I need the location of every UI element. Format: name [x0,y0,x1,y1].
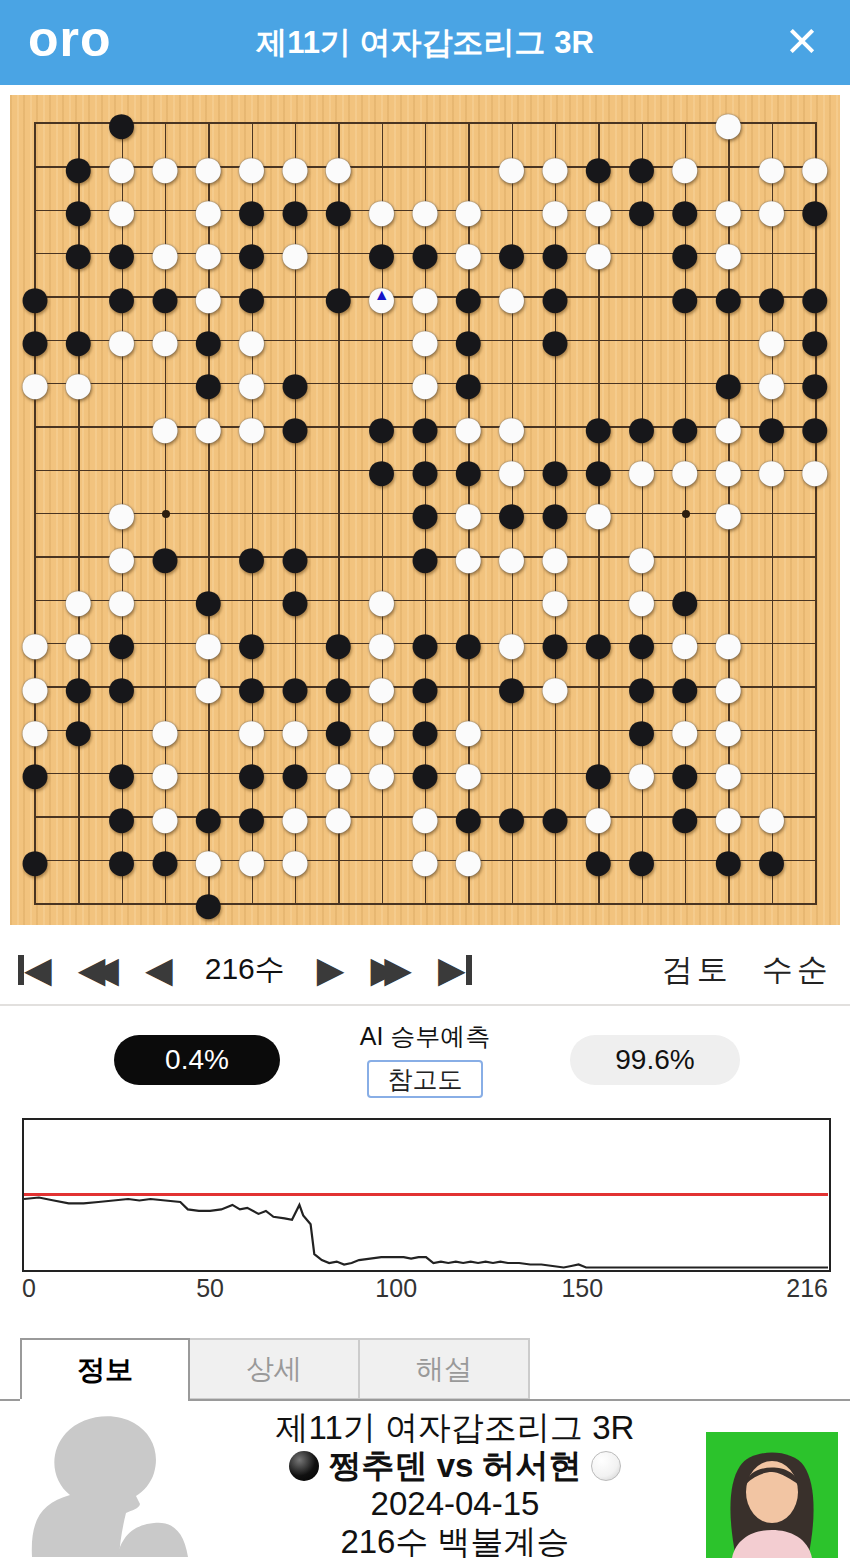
board-cell[interactable] [57,881,100,924]
board-cell[interactable]: ● [447,621,490,664]
board-cell[interactable]: ● [317,795,360,838]
board-cell[interactable]: ● [230,405,273,448]
board-cell[interactable] [793,665,836,708]
board-cells: ●●●●●●●●●●●●●●●●●●●●●●●●●●●●●●●●●●●●●●●●… [13,101,836,924]
game-date: 2024-04-15 [225,1485,685,1523]
board-cell[interactable] [13,145,56,188]
info-tabs: 정보 상세 해설 [20,1338,530,1400]
board-cell[interactable] [57,448,100,491]
board-cell[interactable] [533,361,576,404]
board-cell[interactable] [317,838,360,881]
black-player-name: 쩡추덴 [328,1447,427,1484]
board-cell[interactable] [100,881,143,924]
board-cell[interactable]: ● [707,838,750,881]
move-order-button[interactable]: 수순 [762,949,832,991]
board-cell[interactable]: ● [100,838,143,881]
board-cell[interactable] [230,881,273,924]
board-cell[interactable] [750,578,793,621]
white-stone: ● [61,361,96,404]
black-stone: ● [234,535,269,578]
white-stone: ● [407,838,442,881]
white-stone: ● [147,318,182,361]
board-cell[interactable] [533,881,576,924]
black-player-avatar [22,1407,217,1560]
board-cell[interactable] [57,795,100,838]
board-cell[interactable]: ● [750,448,793,491]
board-cell[interactable] [317,491,360,534]
white-stone: ● [624,751,659,794]
board-cell[interactable] [533,838,576,881]
board-cell[interactable] [13,491,56,534]
board-cell[interactable]: ● [273,405,316,448]
board-cell[interactable]: ● [317,275,360,318]
tab-detail[interactable]: 상세 [190,1338,360,1400]
board-cell[interactable] [577,665,620,708]
board-cell[interactable] [793,881,836,924]
black-stone: ● [797,188,832,231]
board-cell[interactable] [13,188,56,231]
black-stone: ● [667,795,702,838]
board-cell[interactable]: ● [100,665,143,708]
board-cell[interactable] [577,535,620,578]
black-stone: ● [364,448,399,491]
black-stone: ● [494,665,529,708]
white-stone: ● [17,361,52,404]
black-stone: ● [581,621,616,664]
white-stone: ● [364,751,399,794]
forward-button[interactable]: ▶ [317,952,345,988]
board-cell[interactable] [143,448,186,491]
board-cell[interactable] [447,881,490,924]
fast-forward-icon: ▶▶ [371,952,398,988]
board-cell[interactable]: ● [707,101,750,144]
board-cell[interactable]: ● [533,665,576,708]
board-cell[interactable]: ● [663,275,706,318]
board-cell[interactable]: ● [490,275,533,318]
board-cell[interactable]: ● [360,448,403,491]
board-cell[interactable]: ● [273,578,316,621]
board-cell[interactable] [490,881,533,924]
black-stone: ● [277,405,312,448]
white-stone: ● [754,448,789,491]
board-cell[interactable]: ● [490,535,533,578]
board-cell[interactable] [793,578,836,621]
back-icon: ◀ [145,952,173,988]
board-cell[interactable] [187,448,230,491]
white-stone: ● [537,665,572,708]
black-stone: ● [147,535,182,578]
board-cell[interactable]: ● [577,491,620,534]
board-cell[interactable]: ● [490,665,533,708]
black-stone: ● [537,795,572,838]
white-stone: ● [277,231,312,274]
board-cell[interactable] [143,621,186,664]
forward-icon: ▶ [317,952,345,988]
board-cell[interactable]: ● [57,361,100,404]
board-cell[interactable]: ●▲ [360,275,403,318]
board-cell[interactable] [620,318,663,361]
tab-info[interactable]: 정보 [20,1338,190,1400]
fast-back-icon: ◀◀ [78,952,105,988]
board-cell[interactable] [360,318,403,361]
last-move-button[interactable]: ▶ [438,952,472,988]
board-cell[interactable] [490,708,533,751]
winrate-graph[interactable] [22,1118,831,1272]
white-stone: ● [451,838,486,881]
board-cell[interactable] [793,491,836,534]
board-cell[interactable]: ● [490,145,533,188]
board-cell[interactable] [13,881,56,924]
board-cell[interactable] [793,795,836,838]
vs-label: vs [437,1447,474,1484]
fast-forward-button[interactable]: ▶▶ [371,952,412,988]
event-name: 제11기 여자갑조리그 3R [225,1409,685,1447]
board-cell[interactable] [57,751,100,794]
board-cell[interactable] [317,405,360,448]
x-tick-label: 216 [786,1274,828,1303]
board-cell[interactable] [620,881,663,924]
board-cell[interactable]: ● [230,838,273,881]
back-button[interactable]: ◀ [145,952,173,988]
board-cell[interactable] [230,448,273,491]
app-header: oro 제11기 여자갑조리그 3R × [0,0,850,85]
go-review-app: oro 제11기 여자갑조리그 3R × ●●●●●●●●●●●●●●●●●●●… [0,0,850,1560]
white-stone: ● [667,448,702,491]
x-tick-label: 100 [375,1274,417,1303]
board-cell[interactable]: ● [403,535,446,578]
white-stone: ● [191,405,226,448]
black-stone: ● [711,275,746,318]
board-cell[interactable]: ● [663,448,706,491]
white-stone: ● [321,795,356,838]
board-cell[interactable] [317,448,360,491]
black-stone: ● [581,838,616,881]
board-cell[interactable]: ● [577,838,620,881]
board-cell[interactable]: ● [577,621,620,664]
board-cell[interactable] [750,708,793,751]
board-cell[interactable]: ● [143,318,186,361]
board-cell[interactable] [577,318,620,361]
board-cell[interactable] [13,535,56,578]
players-line: 쩡추덴 vs 허서현 [225,1447,685,1485]
black-stone: ● [451,621,486,664]
move-navigation: ◀ ◀◀ ◀ 216수 ▶ ▶▶ ▶ 검토 수순 [0,935,850,1006]
board-cell[interactable] [663,881,706,924]
white-stone: ● [104,318,139,361]
board-cell[interactable] [57,405,100,448]
last-move-icon: ▶ [438,952,466,988]
board-cell[interactable]: ● [13,361,56,404]
board-cell[interactable] [750,881,793,924]
board-cell[interactable]: ● [100,318,143,361]
board-cell[interactable]: ● [13,751,56,794]
board-cell[interactable]: ● [143,838,186,881]
nav-buttons: ◀ ◀◀ ◀ 216수 ▶ ▶▶ ▶ [18,949,472,990]
board-cell[interactable] [273,881,316,924]
go-board[interactable]: ●●●●●●●●●●●●●●●●●●●●●●●●●●●●●●●●●●●●●●●●… [10,95,840,925]
board-cell[interactable]: ● [187,881,230,924]
board-cell[interactable]: ● [447,535,490,578]
board-cell[interactable]: ● [793,188,836,231]
nav-text-buttons: 검토 수순 [662,949,832,991]
board-cell[interactable] [317,535,360,578]
white-stone: ● [754,188,789,231]
x-tick-label: 0 [22,1274,36,1303]
last-move-marker: ▲ [374,286,390,304]
board-cell[interactable]: ● [187,405,230,448]
white-stone: ● [147,145,182,188]
black-stone: ● [61,231,96,274]
board-cell[interactable] [360,795,403,838]
page-title: 제11기 여자갑조리그 3R [0,22,850,64]
board-cell[interactable] [750,665,793,708]
board-cell[interactable]: ● [447,838,490,881]
black-stone: ● [624,838,659,881]
black-stone: ● [104,665,139,708]
white-stone: ● [797,448,832,491]
board-cell[interactable]: ● [620,838,663,881]
white-stone: ● [494,535,529,578]
black-stone: ● [104,838,139,881]
winrate-graph-svg [24,1120,828,1269]
close-icon[interactable]: × [772,8,832,72]
board-cell[interactable] [533,708,576,751]
board-cell[interactable] [360,491,403,534]
board-cell[interactable] [13,448,56,491]
white-player-name: 허서현 [483,1447,582,1484]
ai-prediction-section: 0.4% AI 승부예측 참고도 99.6% [0,1008,850,1112]
board-cell[interactable]: ● [317,188,360,231]
white-player-photo [706,1432,838,1558]
board-cell[interactable]: ● [750,838,793,881]
board-cell[interactable] [577,881,620,924]
board-cell[interactable]: ● [273,838,316,881]
white-winrate-badge: 99.6% [570,1035,740,1085]
white-stone: ● [234,405,269,448]
black-stone: ● [537,318,572,361]
board-cell[interactable] [403,101,446,144]
white-stone: ● [624,448,659,491]
board-cell[interactable] [187,708,230,751]
white-stone: ● [494,145,529,188]
board-cell[interactable]: ● [620,448,663,491]
board-cell[interactable]: ● [143,405,186,448]
board-cell[interactable] [143,881,186,924]
board-cell[interactable]: ● [620,188,663,231]
board-cell[interactable] [273,275,316,318]
board-cell[interactable]: ● [793,448,836,491]
board-cell[interactable]: ● [13,838,56,881]
board-cell[interactable] [663,491,706,534]
board-cell[interactable] [793,838,836,881]
board-cell[interactable] [707,535,750,578]
board-cell[interactable] [317,361,360,404]
white-stone: ● [711,101,746,144]
board-cell[interactable] [577,275,620,318]
tab-commentary[interactable]: 해설 [360,1338,530,1400]
move-counter: 216수 [205,949,285,990]
board-cell[interactable]: ● [620,751,663,794]
board-cell[interactable] [100,361,143,404]
black-stone: ● [407,535,442,578]
board-cell[interactable] [750,535,793,578]
board-cell[interactable] [360,101,403,144]
board-cell[interactable] [793,751,836,794]
board-cell[interactable]: ● [143,145,186,188]
first-move-button[interactable]: ◀ [18,952,52,988]
board-cell[interactable] [620,275,663,318]
board-cell[interactable] [403,881,446,924]
x-tick-label: 50 [196,1274,224,1303]
board-cell[interactable]: ● [187,665,230,708]
board-cell[interactable]: ● [663,795,706,838]
white-stone: ● [494,275,529,318]
board-cell[interactable] [447,101,490,144]
white-stone: ● [581,491,616,534]
board-cell[interactable] [707,881,750,924]
board-cell[interactable] [490,318,533,361]
white-stone: ● [234,838,269,881]
board-cell[interactable] [360,838,403,881]
board-cell[interactable] [663,318,706,361]
review-button[interactable]: 검토 [662,949,732,991]
board-cell[interactable] [490,838,533,881]
reference-diagram-button[interactable]: 참고도 [367,1060,483,1098]
black-stone: ● [754,838,789,881]
fast-back-button[interactable]: ◀◀ [78,952,119,988]
graph-x-axis-labels: 050100150216 [22,1274,831,1304]
board-cell[interactable] [100,405,143,448]
board-cell[interactable] [663,838,706,881]
board-cell[interactable]: ● [57,708,100,751]
board-cell[interactable] [793,621,836,664]
black-stone: ● [321,275,356,318]
board-cell[interactable]: ● [707,491,750,534]
board-cell[interactable]: ● [360,751,403,794]
game-info-panel: 제11기 여자갑조리그 3R 쩡추덴 vs 허서현 2024-04-15 216… [0,1399,850,1560]
board-cell[interactable] [13,101,56,144]
board-cell[interactable] [143,578,186,621]
white-stone: ● [711,491,746,534]
board-area: ●●●●●●●●●●●●●●●●●●●●●●●●●●●●●●●●●●●●●●●●… [0,85,850,935]
white-stone-icon [591,1451,621,1481]
board-cell[interactable] [793,708,836,751]
white-stone: ● [147,405,182,448]
winrate-graph-block: 050100150216 [22,1118,831,1304]
game-result: 216수 백불계승 [225,1523,685,1560]
board-cell[interactable]: ● [403,838,446,881]
white-stone: ● [277,838,312,881]
board-cell[interactable]: ● [533,795,576,838]
black-stone: ● [667,275,702,318]
board-cell[interactable]: ● [273,231,316,274]
board-cell[interactable]: ● [707,275,750,318]
board-cell[interactable]: ● [533,318,576,361]
board-cell[interactable]: ● [143,535,186,578]
board-cell[interactable] [620,231,663,274]
board-cell[interactable] [13,405,56,448]
black-stone: ● [277,578,312,621]
board-cell[interactable] [317,318,360,361]
board-cell[interactable]: ● [230,535,273,578]
black-stone: ● [191,881,226,924]
white-stone: ● [581,231,616,274]
black-stone: ● [494,795,529,838]
black-stone: ● [17,838,52,881]
x-tick-label: 150 [561,1274,603,1303]
board-cell[interactable] [750,491,793,534]
black-stone: ● [17,751,52,794]
black-stone: ● [147,838,182,881]
board-cell[interactable]: ● [490,795,533,838]
board-cell[interactable] [317,881,360,924]
board-cell[interactable] [793,535,836,578]
board-cell[interactable] [360,881,403,924]
black-stone: ● [61,708,96,751]
black-stone: ● [321,188,356,231]
board-cell[interactable] [57,491,100,534]
black-stone: ● [711,838,746,881]
white-stone: ● [451,535,486,578]
black-stone: ● [624,188,659,231]
white-stone: ● [191,665,226,708]
first-move-icon: ◀ [24,952,52,988]
board-cell[interactable] [187,491,230,534]
board-cell[interactable] [57,838,100,881]
board-cell[interactable] [750,621,793,664]
board-cell[interactable]: ● [57,231,100,274]
board-cell[interactable] [273,448,316,491]
game-info-text: 제11기 여자갑조리그 3R 쩡추덴 vs 허서현 2024-04-15 216… [225,1409,685,1560]
black-stone-icon [289,1451,319,1481]
board-cell[interactable]: ● [750,188,793,231]
board-cell[interactable]: ● [577,231,620,274]
